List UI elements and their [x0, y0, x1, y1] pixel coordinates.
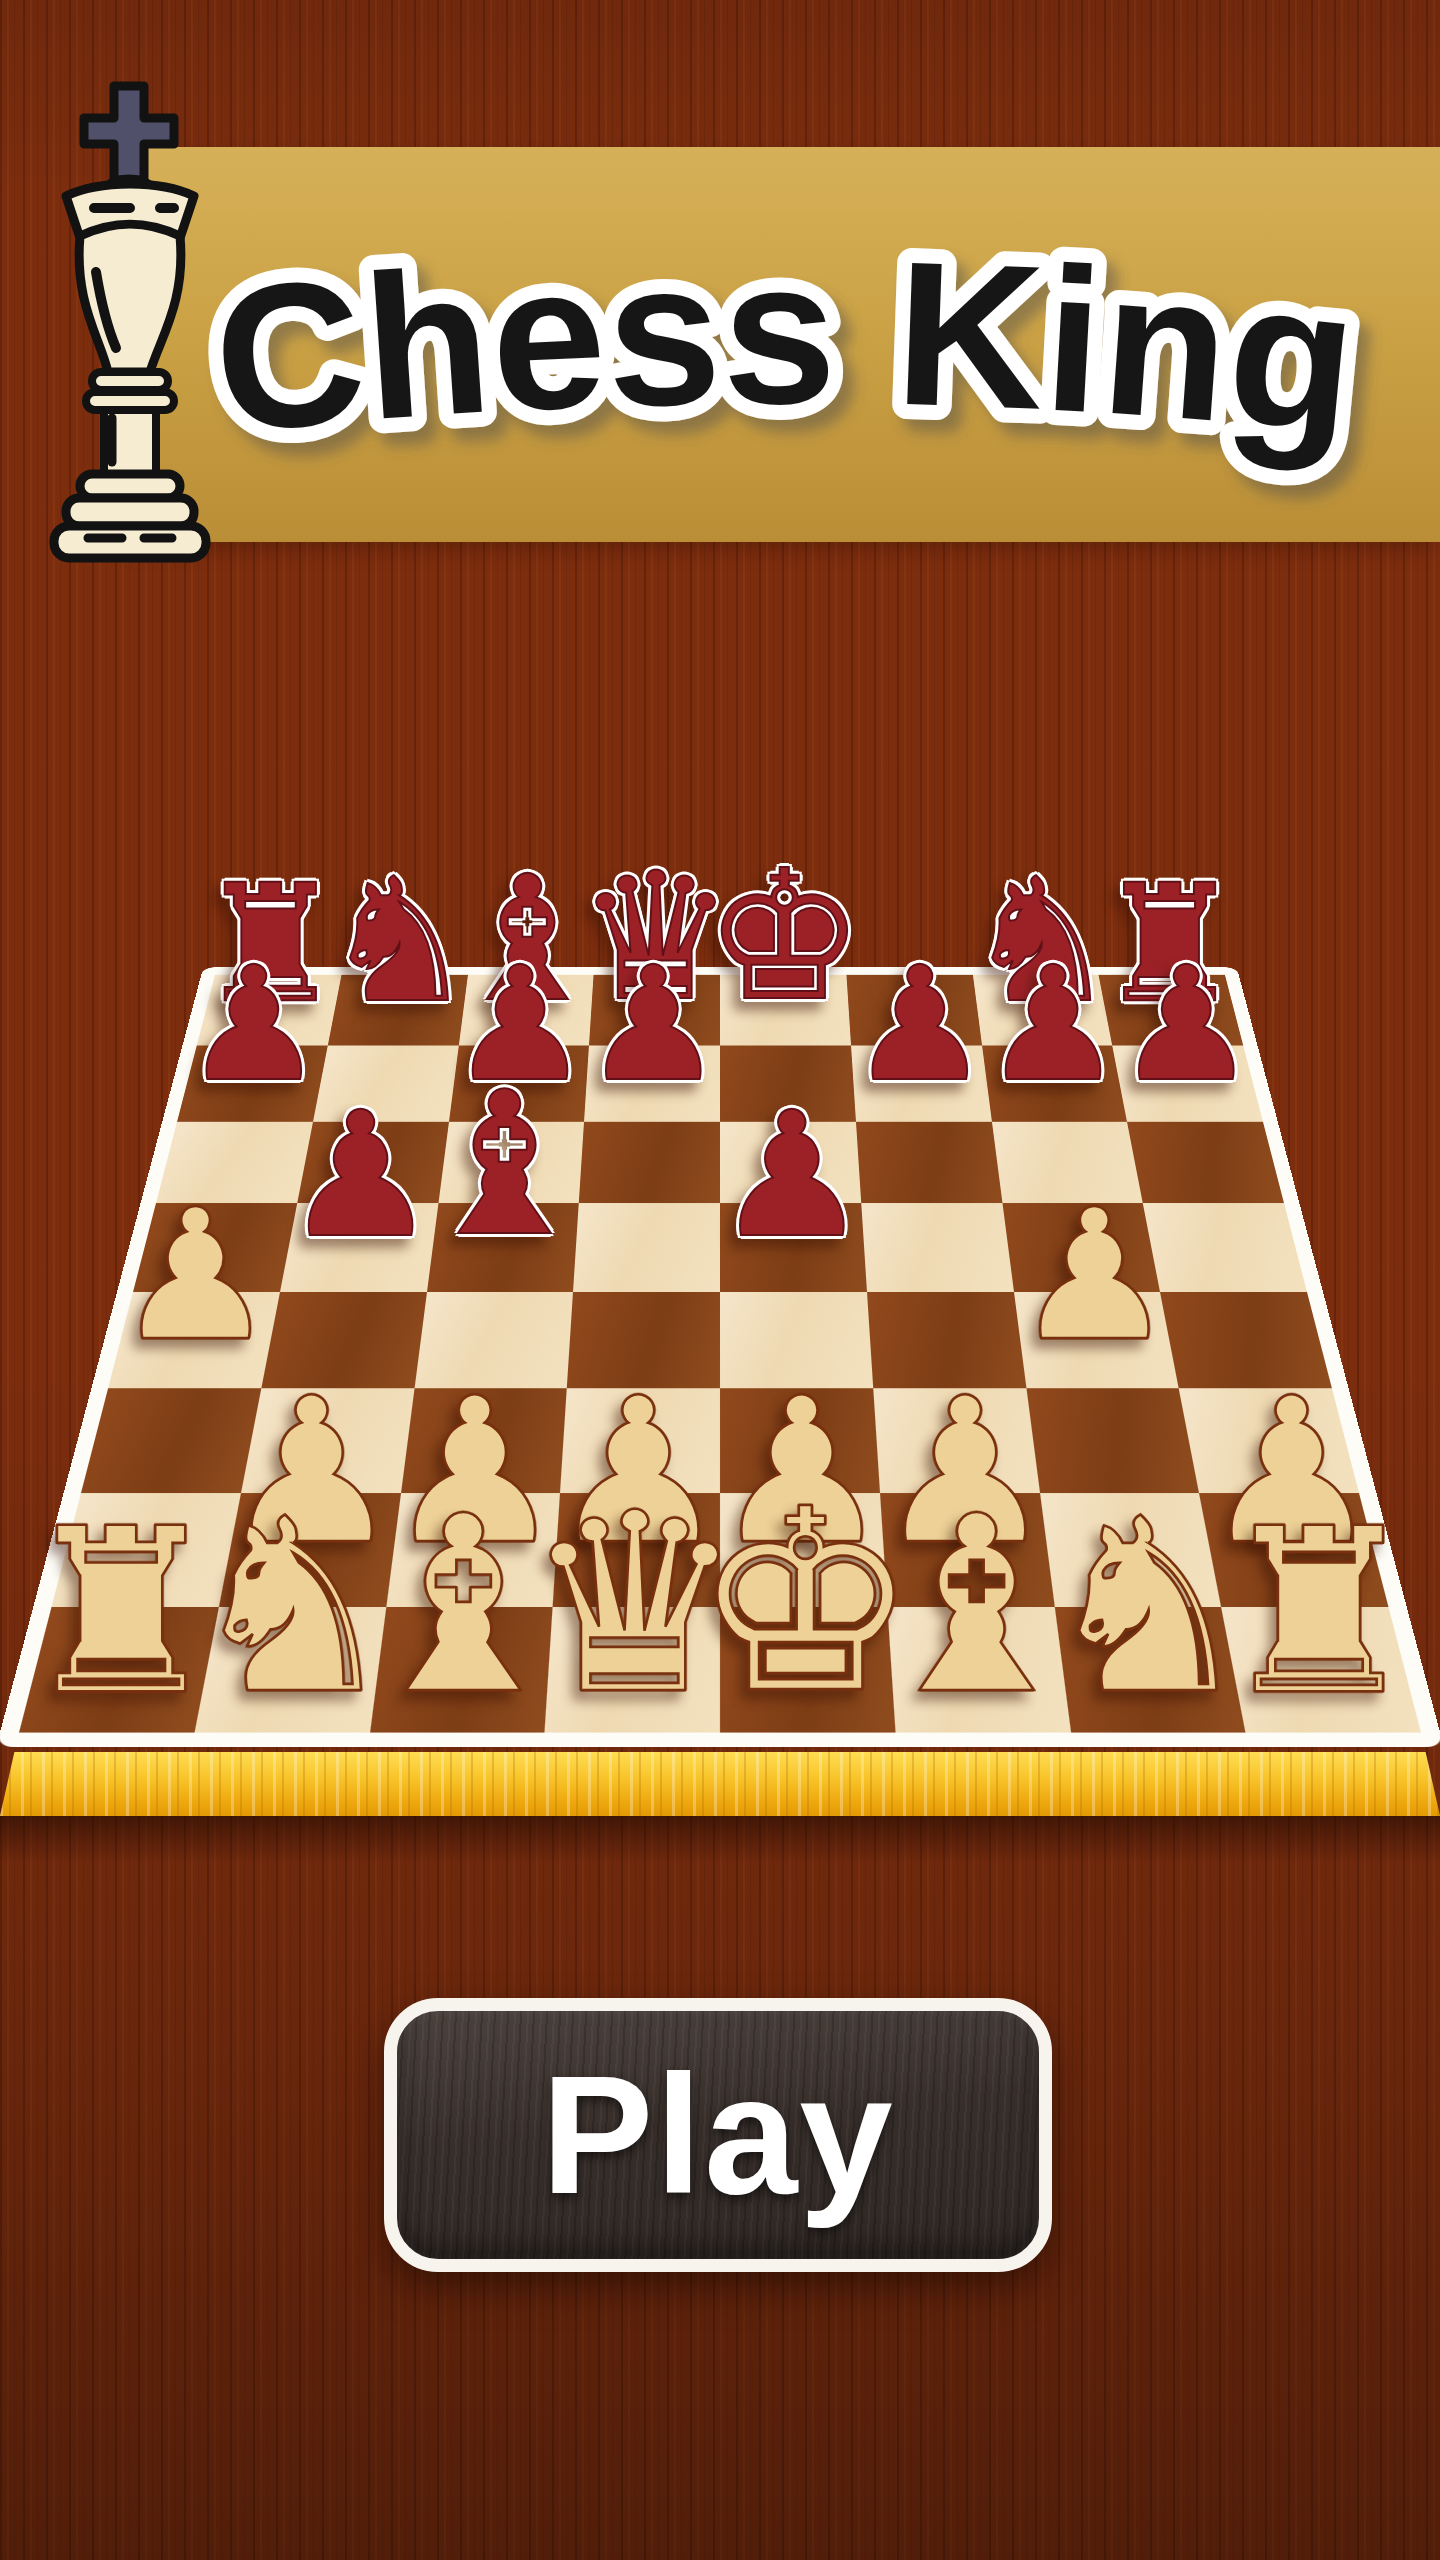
square-a6: [156, 1121, 313, 1203]
square-h4: [1160, 1292, 1332, 1388]
square-a4: [108, 1292, 280, 1388]
play-button[interactable]: Play: [384, 1998, 1052, 2272]
square-b2: [219, 1493, 401, 1607]
square-a8: [197, 975, 342, 1046]
square-b5: [280, 1203, 438, 1292]
square-f2: [880, 1493, 1055, 1607]
square-b4: [261, 1292, 426, 1388]
square-g6: [991, 1121, 1143, 1203]
square-c1: [370, 1607, 553, 1732]
square-g8: [972, 975, 1112, 1046]
board-ground-shadow: [0, 1816, 1440, 1862]
square-e5: [720, 1203, 867, 1292]
square-h5: [1143, 1203, 1307, 1292]
page-title: Chess King: [150, 165, 1420, 525]
square-b3: [241, 1388, 414, 1493]
square-f7: [851, 1045, 992, 1121]
square-b7: [313, 1045, 459, 1121]
chessboard: [0, 967, 1440, 1747]
square-g5: [1002, 1203, 1160, 1292]
square-h8: [1099, 975, 1244, 1046]
board-front-edge: [0, 1752, 1440, 1816]
square-a7: [177, 1045, 327, 1121]
square-g1: [1054, 1607, 1245, 1732]
square-d8: [589, 975, 720, 1046]
square-a1: [19, 1607, 219, 1732]
square-f6: [856, 1121, 1002, 1203]
svg-text:Chess King: Chess King: [205, 217, 1366, 476]
square-f8: [846, 975, 981, 1046]
square-b6: [297, 1121, 449, 1203]
square-f4: [867, 1292, 1026, 1388]
square-c5: [427, 1203, 579, 1292]
square-c4: [414, 1292, 573, 1388]
square-d4: [567, 1292, 720, 1388]
square-e6: [720, 1121, 861, 1203]
square-e4: [720, 1292, 873, 1388]
square-c3: [401, 1388, 568, 1493]
square-d3: [560, 1388, 720, 1493]
square-a2: [51, 1493, 240, 1607]
square-c8: [458, 975, 593, 1046]
square-e3: [720, 1388, 880, 1493]
title-text: Chess King: [205, 217, 1366, 476]
square-a5: [133, 1203, 297, 1292]
square-c6: [438, 1121, 584, 1203]
square-g2: [1039, 1493, 1221, 1607]
square-g7: [982, 1045, 1128, 1121]
square-h3: [1179, 1388, 1359, 1493]
square-d6: [579, 1121, 720, 1203]
square-d5: [573, 1203, 720, 1292]
square-h2: [1199, 1493, 1388, 1607]
square-d7: [584, 1045, 720, 1121]
square-b8: [328, 975, 468, 1046]
square-d1: [545, 1607, 720, 1732]
square-e8: [720, 975, 851, 1046]
square-h1: [1221, 1607, 1421, 1732]
play-button-label: Play: [541, 2039, 895, 2232]
square-e2: [720, 1493, 887, 1607]
square-f3: [873, 1388, 1040, 1493]
square-f5: [861, 1203, 1013, 1292]
square-h6: [1127, 1121, 1284, 1203]
square-f1: [887, 1607, 1070, 1732]
square-d2: [553, 1493, 720, 1607]
square-g3: [1026, 1388, 1199, 1493]
board-grid: [19, 975, 1421, 1733]
square-a3: [81, 1388, 261, 1493]
square-c7: [449, 1045, 590, 1121]
square-b1: [194, 1607, 385, 1732]
square-c2: [386, 1493, 561, 1607]
square-h7: [1112, 1045, 1262, 1121]
square-e7: [720, 1045, 856, 1121]
square-e1: [720, 1607, 895, 1732]
square-g4: [1014, 1292, 1179, 1388]
